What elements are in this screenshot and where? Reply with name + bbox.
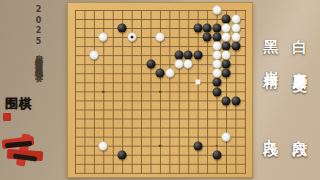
white-stone [174, 60, 183, 69]
white-stone [156, 33, 165, 42]
star-point [159, 145, 162, 148]
white-color-label: 白 [290, 27, 308, 30]
white-stone [212, 60, 221, 69]
player-white-column: 白 唐嘉雯 六段 [290, 0, 310, 180]
black-stone [212, 150, 221, 159]
black-stone [203, 24, 212, 33]
board-stones-layer [67, 2, 253, 178]
go-broadcast-thumbnail: 2025扇兴杯世界女子最强战半决赛 围棋 黑 崔精 九段 白 唐嘉雯 六段 [0, 0, 320, 180]
black-stone [222, 15, 231, 24]
black-stone [203, 33, 212, 42]
black-player-name: 崔精 [261, 59, 279, 65]
white-stone [212, 42, 221, 51]
black-stone [146, 60, 155, 69]
white-stone [89, 51, 98, 60]
black-stone [222, 42, 231, 51]
star-point [159, 90, 162, 93]
white-stone [222, 24, 231, 33]
white-stone [231, 24, 240, 33]
black-stone [174, 51, 183, 60]
white-stone [222, 33, 231, 42]
black-stone [212, 24, 221, 33]
weiqi-logo: 围棋 [0, 92, 52, 180]
player-black-column: 黑 崔精 九段 [261, 0, 281, 180]
black-stone [212, 87, 221, 96]
white-stone [231, 33, 240, 42]
white-stone [184, 60, 193, 69]
black-stone [231, 96, 240, 105]
stone-annotation-marker [130, 36, 133, 39]
black-stone [118, 24, 127, 33]
white-stone [222, 132, 231, 141]
black-stone [118, 150, 127, 159]
black-color-label: 黑 [261, 27, 279, 30]
white-player-name: 唐嘉雯 [290, 59, 308, 68]
red-seal-icon [3, 113, 11, 121]
black-stone [222, 96, 231, 105]
black-stone [222, 69, 231, 78]
black-stone [212, 33, 221, 42]
white-player-rank: 六段 [290, 127, 308, 133]
black-stone [193, 24, 202, 33]
white-stone [212, 51, 221, 60]
black-stone [212, 78, 221, 87]
star-point [215, 145, 218, 148]
white-stone [99, 33, 108, 42]
last-move-marker [195, 80, 200, 85]
black-stone [193, 51, 202, 60]
white-stone [231, 15, 240, 24]
black-stone [184, 51, 193, 60]
black-stone [193, 141, 202, 150]
black-stone [156, 69, 165, 78]
go-board [67, 2, 253, 178]
white-stone [212, 6, 221, 15]
white-stone [165, 69, 174, 78]
star-point [102, 90, 105, 93]
black-stone [222, 60, 231, 69]
black-player-rank: 九段 [261, 127, 279, 133]
white-stone [99, 141, 108, 150]
black-stone [231, 42, 240, 51]
white-stone [222, 51, 231, 60]
white-stone [212, 69, 221, 78]
weiqi-logo-text: 围棋 [5, 95, 45, 113]
